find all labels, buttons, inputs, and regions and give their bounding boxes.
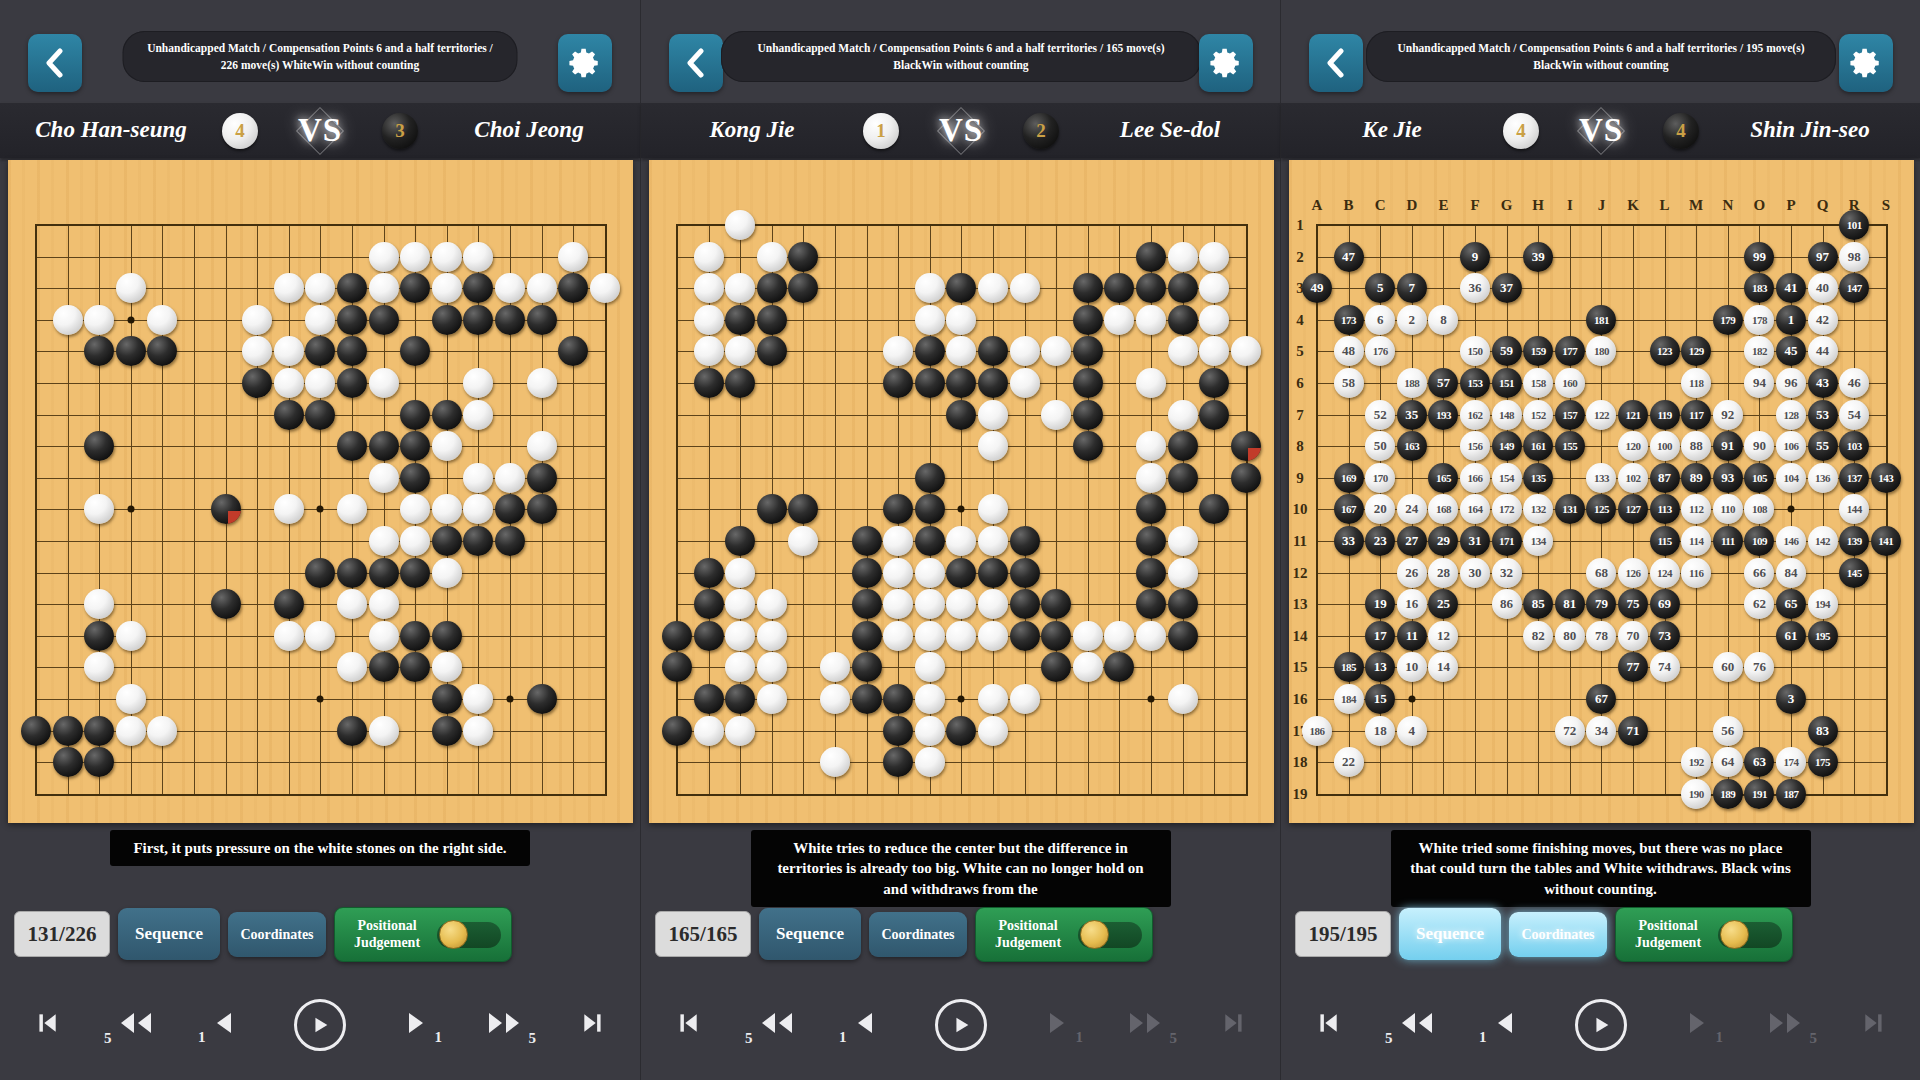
rewind-5-button[interactable]: 5 — [1399, 1009, 1435, 1041]
move-number: 19 — [1374, 596, 1387, 612]
white-stone — [305, 368, 335, 398]
move-number: 164 — [1468, 503, 1483, 515]
white-stone — [725, 336, 755, 366]
back-button[interactable] — [669, 34, 723, 92]
white-stone — [946, 589, 976, 619]
white-stone — [946, 305, 976, 335]
move-number: 149 — [1499, 440, 1514, 452]
black-stone — [337, 305, 367, 335]
black-stone: 131 — [1555, 494, 1585, 524]
player-right-name: Shin Jin-seo — [1726, 118, 1894, 142]
positional-judgement-button[interactable]: Positional Judgement — [975, 907, 1153, 962]
settings-button[interactable] — [558, 34, 612, 92]
move-number: 120 — [1626, 440, 1641, 452]
commentary-box: White tried some finishing moves, but th… — [1391, 830, 1811, 907]
black-stone: 177 — [1555, 336, 1585, 366]
back-1-button[interactable]: 1 — [1493, 1010, 1517, 1040]
black-stone — [369, 431, 399, 461]
move-number: 94 — [1753, 375, 1766, 391]
black-stone: 75 — [1618, 589, 1648, 619]
move-number: 191 — [1752, 788, 1767, 800]
white-stone — [1041, 400, 1071, 430]
black-stone: 25 — [1428, 589, 1458, 619]
row-label: 11 — [1293, 533, 1307, 550]
move-number: 65 — [1785, 596, 1798, 612]
move-number: 162 — [1468, 409, 1483, 421]
move-number: 166 — [1468, 472, 1483, 484]
white-stone — [84, 652, 114, 682]
skip-to-end-button — [1861, 1010, 1887, 1040]
black-stone: 151 — [1492, 368, 1522, 398]
move-number: 127 — [1626, 503, 1641, 515]
white-stone — [757, 652, 787, 682]
skip-to-end-button[interactable] — [580, 1010, 606, 1040]
black-stone — [1136, 494, 1166, 524]
move-number: 168 — [1436, 503, 1451, 515]
move-number: 102 — [1626, 472, 1641, 484]
black-stone — [1010, 589, 1040, 619]
black-stone — [463, 526, 493, 556]
star-point — [958, 696, 965, 703]
white-stone — [400, 526, 430, 556]
skip_end-icon — [580, 1010, 606, 1040]
row-label: 5 — [1296, 343, 1304, 360]
play-icon — [935, 999, 987, 1051]
move-number: 45 — [1785, 343, 1798, 359]
controls-row: 195/195SequenceCoordinatesPositional Jud… — [1281, 903, 1920, 967]
step-count-label: 1 — [1716, 1029, 1724, 1046]
move-number: 67 — [1595, 691, 1608, 707]
star-point — [317, 506, 324, 513]
white-stone — [978, 684, 1008, 714]
white-stone: 164 — [1460, 494, 1490, 524]
white-stone: 158 — [1523, 368, 1553, 398]
white-stone: 86 — [1492, 589, 1522, 619]
col-label: K — [1627, 197, 1639, 214]
positional-judgement-button[interactable]: Positional Judgement — [1615, 907, 1793, 962]
black-stone: 1 — [1776, 305, 1806, 335]
move-number: 187 — [1784, 788, 1799, 800]
move-number: 160 — [1562, 377, 1577, 389]
white-stone: 60 — [1713, 652, 1743, 682]
black-stone — [725, 368, 755, 398]
black-stone: 69 — [1650, 589, 1680, 619]
row-label: 14 — [1293, 627, 1308, 644]
black-stone — [1010, 526, 1040, 556]
black-stone: 189 — [1713, 779, 1743, 809]
white-stone — [116, 716, 146, 746]
black-stone: 87 — [1650, 463, 1680, 493]
white-stone — [432, 273, 462, 303]
black-stone — [84, 716, 114, 746]
black-stone: 81 — [1555, 589, 1585, 619]
white-stone: 104 — [1776, 463, 1806, 493]
rewind-5-button[interactable]: 5 — [759, 1009, 795, 1041]
white-stone — [915, 652, 945, 682]
move-number: 152 — [1531, 409, 1546, 421]
white-stone: 66 — [1744, 558, 1774, 588]
white-stone — [116, 273, 146, 303]
move-number: 117 — [1689, 409, 1703, 421]
black-stone — [1073, 431, 1103, 461]
white-stone: 106 — [1776, 431, 1806, 461]
black-stone — [883, 684, 913, 714]
white-stone: 30 — [1460, 558, 1490, 588]
coordinates-button[interactable]: Coordinates — [1509, 912, 1607, 957]
move-number: 76 — [1753, 659, 1766, 675]
coordinates-button[interactable]: Coordinates — [869, 912, 967, 957]
move-number: 158 — [1531, 377, 1546, 389]
sequence-button[interactable]: Sequence — [1399, 908, 1501, 960]
move-number: 63 — [1753, 754, 1766, 770]
step-count-label: 1 — [839, 1029, 847, 1046]
move-number: 25 — [1437, 596, 1450, 612]
white-stone: 96 — [1776, 368, 1806, 398]
black-stone: 65 — [1776, 589, 1806, 619]
go-board[interactable] — [8, 160, 633, 823]
white-stone — [305, 305, 335, 335]
white-stone — [915, 305, 945, 335]
chevron-left-icon — [1323, 48, 1349, 78]
move-number: 163 — [1404, 440, 1419, 452]
move-number: 142 — [1815, 535, 1830, 547]
players-strip: Kong Jie1VS2Lee Se-dol — [641, 103, 1281, 158]
positional-judgement-button[interactable]: Positional Judgement — [334, 907, 512, 962]
back-button[interactable] — [1309, 34, 1363, 92]
white-stone: 154 — [1492, 463, 1522, 493]
skip-to-start-button[interactable] — [1315, 1010, 1341, 1040]
skip-to-start-button[interactable] — [34, 1010, 60, 1040]
star-point — [1148, 696, 1155, 703]
black-stone: 39 — [1523, 242, 1553, 272]
white-stone — [694, 305, 724, 335]
move-number: 134 — [1531, 535, 1546, 547]
rew-icon — [759, 1009, 795, 1041]
move-number: 109 — [1752, 535, 1767, 547]
white-stone — [1073, 621, 1103, 651]
white-stone — [84, 494, 114, 524]
move-number: 46 — [1848, 375, 1861, 391]
black-stone: 97 — [1808, 242, 1838, 272]
move-number: 13 — [1374, 659, 1387, 675]
white-stone — [1168, 526, 1198, 556]
move-number: 56 — [1721, 723, 1734, 739]
black-stone: 85 — [1523, 589, 1553, 619]
white-stone: 72 — [1555, 716, 1585, 746]
move-number: 195 — [1815, 630, 1830, 642]
white-stone: 136 — [1808, 463, 1838, 493]
move-number: 104 — [1784, 472, 1799, 484]
forward-5-button[interactable]: 5 — [486, 1009, 522, 1041]
black-stone — [852, 621, 882, 651]
black-stone — [400, 621, 430, 651]
white-stone — [369, 621, 399, 651]
white-stone — [369, 273, 399, 303]
white-stone — [694, 716, 724, 746]
go-board[interactable]: ABCDEFGHIJKLMNOPQRS123456789101112131415… — [1289, 160, 1914, 823]
black-stone — [495, 494, 525, 524]
white-stone: 98 — [1839, 242, 1869, 272]
black-stone: 19 — [1365, 589, 1395, 619]
white-stone — [432, 494, 462, 524]
move-number: 90 — [1753, 438, 1766, 454]
black-stone — [852, 526, 882, 556]
move-number: 59 — [1500, 343, 1513, 359]
black-captures-badge: 4 — [1663, 113, 1699, 149]
white-stone — [820, 652, 850, 682]
black-stone — [53, 747, 83, 777]
panel-0: Unhandicapped Match / Compensation Point… — [0, 0, 640, 1080]
black-stone: 193 — [1428, 400, 1458, 430]
move-number: 171 — [1499, 535, 1514, 547]
black-stone: 155 — [1555, 431, 1585, 461]
coin-icon — [1080, 920, 1109, 949]
move-number: 113 — [1657, 503, 1671, 515]
rew-icon — [1399, 1009, 1435, 1041]
black-stone — [852, 652, 882, 682]
white-stone: 46 — [1839, 368, 1869, 398]
forward-1-button[interactable]: 1 — [404, 1010, 428, 1040]
move-number: 70 — [1627, 628, 1640, 644]
move-number: 54 — [1848, 407, 1861, 423]
black-stone: 169 — [1334, 463, 1364, 493]
move-number: 132 — [1531, 503, 1546, 515]
vs-label: VS — [1566, 107, 1636, 155]
step-count-label: 5 — [1385, 1030, 1393, 1047]
black-stone — [558, 336, 588, 366]
move-number: 82 — [1532, 628, 1545, 644]
black-stone — [694, 621, 724, 651]
move-number: 6 — [1377, 312, 1384, 328]
black-stone — [1168, 621, 1198, 651]
white-stone: 36 — [1460, 273, 1490, 303]
white-stone — [558, 242, 588, 272]
black-stone: 185 — [1334, 652, 1364, 682]
gear-icon — [1849, 46, 1883, 80]
white-stone — [978, 589, 1008, 619]
settings-button[interactable] — [1839, 34, 1893, 92]
back-1-button[interactable]: 1 — [853, 1010, 877, 1040]
row-label: 4 — [1296, 311, 1304, 328]
current-move-marker — [1248, 448, 1261, 461]
play-button[interactable] — [1575, 999, 1627, 1051]
move-number: 97 — [1816, 249, 1829, 265]
white-stone — [725, 589, 755, 619]
white-stone — [369, 463, 399, 493]
row-label: 18 — [1293, 754, 1308, 771]
white-stone: 110 — [1713, 494, 1743, 524]
col-label: S — [1882, 197, 1890, 214]
white-stone: 108 — [1744, 494, 1774, 524]
top-bar: Unhandicapped Match / Compensation Point… — [0, 28, 640, 100]
sequence-button[interactable]: Sequence — [118, 908, 220, 960]
panel-2: Unhandicapped Match / Compensation Point… — [1280, 0, 1920, 1080]
white-stone: 54 — [1839, 400, 1869, 430]
black-stone: 49 — [1302, 273, 1332, 303]
black-stone: 109 — [1744, 526, 1774, 556]
black-stone: 23 — [1365, 526, 1395, 556]
white-stone: 176 — [1365, 336, 1395, 366]
play-button[interactable] — [294, 999, 346, 1051]
col-label: G — [1501, 197, 1513, 214]
move-number: 22 — [1342, 754, 1355, 770]
white-stone — [274, 494, 304, 524]
black-stone — [1168, 589, 1198, 619]
black-stone: 9 — [1460, 242, 1490, 272]
black-stone — [1136, 242, 1166, 272]
move-number: 37 — [1500, 280, 1513, 296]
black-stone — [694, 368, 724, 398]
white-stone — [337, 652, 367, 682]
white-stone: 20 — [1365, 494, 1395, 524]
move-number: 89 — [1690, 470, 1703, 486]
white-stone: 74 — [1650, 652, 1680, 682]
move-number: 7 — [1409, 280, 1416, 296]
move-number: 55 — [1816, 438, 1829, 454]
coordinates-button[interactable]: Coordinates — [228, 912, 326, 957]
black-stone — [1041, 621, 1071, 651]
white-captures-badge: 4 — [222, 113, 258, 149]
white-stone — [978, 494, 1008, 524]
move-number: 112 — [1689, 503, 1703, 515]
white-stone: 102 — [1618, 463, 1648, 493]
row-label: 2 — [1296, 248, 1304, 265]
black-stone — [757, 494, 787, 524]
move-number: 186 — [1310, 725, 1325, 737]
back-button[interactable] — [28, 34, 82, 92]
white-stone: 26 — [1397, 558, 1427, 588]
row-label: 6 — [1296, 375, 1304, 392]
black-stone — [1041, 652, 1071, 682]
row-label: 16 — [1293, 691, 1308, 708]
move-number: 48 — [1342, 343, 1355, 359]
back-1-button[interactable]: 1 — [212, 1010, 236, 1040]
black-stone — [1073, 305, 1103, 335]
white-stone — [1010, 368, 1040, 398]
black-stone: 183 — [1744, 273, 1774, 303]
white-stone — [305, 273, 335, 303]
skip_start-icon — [34, 1010, 60, 1040]
white-stone — [463, 242, 493, 272]
white-stone — [1041, 336, 1071, 366]
white-stone — [757, 589, 787, 619]
black-stone: 115 — [1650, 526, 1680, 556]
black-stone: 143 — [1871, 463, 1901, 493]
move-number: 39 — [1532, 249, 1545, 265]
white-stone — [883, 589, 913, 619]
move-number: 1 — [1788, 312, 1795, 328]
skip-to-start-button[interactable] — [675, 1010, 701, 1040]
white-stone: 186 — [1302, 716, 1332, 746]
black-stone: 167 — [1334, 494, 1364, 524]
black-stone — [1199, 494, 1229, 524]
white-stone — [915, 621, 945, 651]
move-number: 101 — [1847, 219, 1862, 231]
coin-slot — [1078, 922, 1142, 948]
coin-slot — [437, 922, 501, 948]
move-number: 93 — [1721, 470, 1734, 486]
white-stone: 128 — [1776, 400, 1806, 430]
white-stone: 132 — [1523, 494, 1553, 524]
move-number: 154 — [1499, 472, 1514, 484]
white-stone — [883, 336, 913, 366]
move-number: 169 — [1341, 472, 1356, 484]
black-stone — [305, 558, 335, 588]
step-count-label: 1 — [198, 1029, 206, 1046]
play-button[interactable] — [935, 999, 987, 1051]
move-number: 193 — [1436, 409, 1451, 421]
black-stone — [84, 431, 114, 461]
move-number: 170 — [1373, 472, 1388, 484]
black-stone — [1136, 589, 1166, 619]
white-stone — [1231, 336, 1261, 366]
rewind-5-button[interactable]: 5 — [118, 1009, 154, 1041]
black-stone — [211, 589, 241, 619]
move-number: 182 — [1752, 345, 1767, 357]
commentary-box: First, it puts pressure on the white sto… — [110, 830, 530, 866]
white-stone — [915, 716, 945, 746]
white-stone: 68 — [1586, 558, 1616, 588]
move-number: 148 — [1499, 409, 1514, 421]
col-label: B — [1344, 197, 1354, 214]
move-number: 139 — [1847, 535, 1862, 547]
black-captures-badge: 3 — [382, 113, 418, 149]
white-stone: 172 — [1492, 494, 1522, 524]
white-stone: 120 — [1618, 431, 1648, 461]
step-count-label: 5 — [745, 1030, 753, 1047]
white-stone — [400, 494, 430, 524]
player-left-name: Kong Jie — [668, 118, 836, 142]
black-stone — [694, 558, 724, 588]
black-stone — [400, 431, 430, 461]
black-stone — [852, 558, 882, 588]
black-stone: 195 — [1808, 621, 1838, 651]
sequence-button[interactable]: Sequence — [759, 908, 861, 960]
col-label: L — [1660, 197, 1670, 214]
move-number: 31 — [1469, 533, 1482, 549]
white-stone — [1073, 652, 1103, 682]
go-board[interactable] — [649, 160, 1274, 823]
black-stone — [337, 273, 367, 303]
move-number: 122 — [1594, 409, 1609, 421]
judgement-label: Positional Judgement — [986, 918, 1070, 952]
move-number: 157 — [1562, 409, 1577, 421]
white-stone — [274, 621, 304, 651]
white-stone: 148 — [1492, 400, 1522, 430]
move-number: 133 — [1594, 472, 1609, 484]
white-stone: 24 — [1397, 494, 1427, 524]
move-number: 69 — [1658, 596, 1671, 612]
white-stone: 150 — [1460, 336, 1490, 366]
top-bar: Unhandicapped Match / Compensation Point… — [1281, 28, 1920, 100]
black-stone: 147 — [1839, 273, 1869, 303]
move-number: 165 — [1436, 472, 1451, 484]
settings-button[interactable] — [1199, 34, 1253, 92]
move-number: 5 — [1377, 280, 1384, 296]
black-stone — [495, 305, 525, 335]
black-stone: 11 — [1397, 621, 1427, 651]
white-stone — [53, 305, 83, 335]
move-number: 189 — [1720, 788, 1735, 800]
white-stone: 114 — [1681, 526, 1711, 556]
black-stone — [400, 336, 430, 366]
black-stone — [852, 589, 882, 619]
skip_end-icon — [1861, 1010, 1887, 1040]
move-number: 188 — [1404, 377, 1419, 389]
row-label: 13 — [1293, 596, 1308, 613]
black-stone: 123 — [1650, 336, 1680, 366]
panel-1: Unhandicapped Match / Compensation Point… — [640, 0, 1280, 1080]
